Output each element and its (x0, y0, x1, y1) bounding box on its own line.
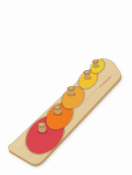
knob-cap-highlight (84, 71, 89, 74)
knob-puzzle-scene: PLANTOYS (0, 0, 132, 175)
knob-cap-highlight (93, 60, 97, 62)
knob-cap-highlight (68, 87, 73, 90)
product-photo: PLANTOYS (0, 0, 132, 175)
knob-cap-highlight (39, 123, 45, 127)
knob-cap-highlight (55, 106, 60, 109)
